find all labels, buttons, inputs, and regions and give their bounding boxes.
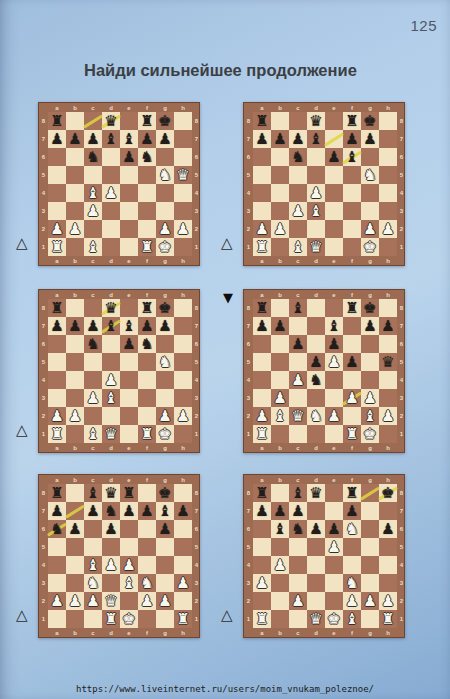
square-e1: ♚: [120, 610, 138, 628]
square-d8: ♛: [102, 299, 120, 317]
black-bishop: ♝: [104, 130, 117, 148]
black-queen: ♛: [309, 112, 322, 130]
square-c6: ♞: [289, 520, 307, 538]
rank-label: 6: [397, 335, 406, 353]
square-h8: [174, 484, 192, 502]
square-g2: ♟: [361, 592, 379, 610]
square-b7: ♟: [271, 130, 289, 148]
square-f3: [138, 202, 156, 220]
square-g6: ♟: [156, 520, 174, 538]
rank-label: 7: [244, 317, 253, 335]
square-c3: ♞: [84, 574, 102, 592]
square-f2: [138, 220, 156, 238]
square-b5: [66, 353, 84, 371]
black-pawn: ♟: [140, 317, 153, 335]
square-g7: ♟: [156, 130, 174, 148]
square-e8: ♜: [120, 484, 138, 502]
rank-label: 3: [192, 202, 201, 220]
file-label: g: [156, 628, 174, 637]
square-e6: ♟: [120, 148, 138, 166]
square-a5: [253, 353, 271, 371]
square-d7: [307, 502, 325, 520]
file-label: h: [379, 290, 397, 299]
square-h1: [174, 238, 192, 256]
white-bishop: ♝: [122, 574, 135, 592]
square-f2: [343, 220, 361, 238]
move-highlight-streak: [324, 133, 345, 147]
square-f2: [343, 407, 361, 425]
square-b3: ♟: [271, 389, 289, 407]
chess-board-3: abcdefgh8♜♛♜♚87♟♟♟♝♝♟♟76♞♟♞65♞54♟43♟♝32♟…: [38, 289, 200, 451]
file-label: f: [138, 256, 156, 265]
corner-label: [39, 103, 48, 112]
square-a7: ♟: [253, 130, 271, 148]
square-f7: ♟: [138, 317, 156, 335]
board-grid: abcdefgh8♜♝♛♜♚87♟♟♞♟♟♝♟76♞♟♟♟6554♝♟♟43♞♝…: [38, 474, 200, 638]
black-king: ♚: [158, 484, 171, 502]
square-a3: [48, 389, 66, 407]
square-d3: [102, 202, 120, 220]
black-pawn: ♟: [104, 520, 117, 538]
file-label: f: [138, 103, 156, 112]
square-a4: [48, 556, 66, 574]
file-label: f: [343, 256, 361, 265]
black-pawn: ♟: [309, 520, 322, 538]
square-e5: [120, 538, 138, 556]
rank-label: 4: [39, 184, 48, 202]
file-label: c: [84, 443, 102, 452]
file-label: d: [307, 256, 325, 265]
square-a7: ♟: [48, 317, 66, 335]
black-queen: ♛: [104, 484, 117, 502]
rank-label: 1: [39, 610, 48, 628]
square-b6: ♝: [271, 520, 289, 538]
square-h5: [379, 166, 397, 184]
black-pawn: ♟: [122, 335, 135, 353]
square-h3: [379, 202, 397, 220]
file-label: e: [120, 103, 138, 112]
white-king: ♚: [122, 610, 135, 628]
square-a7: ♟: [48, 502, 66, 520]
black-queen: ♛: [309, 484, 322, 502]
white-pawn: ♟: [345, 592, 358, 610]
corner-label: [397, 628, 406, 637]
square-d1: [102, 238, 120, 256]
rank-label: 5: [244, 538, 253, 556]
file-label: h: [174, 443, 192, 452]
square-b4: [271, 371, 289, 389]
white-pawn: ♟: [50, 592, 63, 610]
square-f8: ♜: [138, 112, 156, 130]
square-e7: ♝: [120, 130, 138, 148]
square-d5: [102, 166, 120, 184]
square-d8: ♛: [307, 112, 325, 130]
square-h2: ♟: [174, 407, 192, 425]
file-label: c: [289, 290, 307, 299]
square-a1: ♜: [253, 238, 271, 256]
square-c2: ♟: [84, 592, 102, 610]
corner-label: [244, 256, 253, 265]
square-d2: [102, 220, 120, 238]
square-e1: [325, 425, 343, 443]
square-d3: [307, 389, 325, 407]
white-pawn: ♟: [68, 407, 81, 425]
square-e1: ♚: [325, 610, 343, 628]
square-c3: ♟: [84, 389, 102, 407]
square-b1: [66, 238, 84, 256]
white-rook: ♜: [255, 238, 268, 256]
white-bishop: ♝: [104, 389, 117, 407]
file-label: g: [361, 628, 379, 637]
white-rook: ♜: [140, 425, 153, 443]
square-b8: [66, 484, 84, 502]
file-label: f: [138, 475, 156, 484]
black-pawn: ♟: [273, 502, 286, 520]
file-label: c: [289, 256, 307, 265]
rank-label: 8: [244, 484, 253, 502]
square-d4: [307, 556, 325, 574]
corner-label: [244, 103, 253, 112]
black-rook: ♜: [255, 299, 268, 317]
black-rook: ♜: [50, 112, 63, 130]
black-knight: ♞: [291, 520, 304, 538]
square-a1: [48, 610, 66, 628]
black-knight: ♞: [309, 371, 322, 389]
corner-label: [244, 475, 253, 484]
rank-label: 1: [192, 238, 201, 256]
square-g1: ♚: [361, 238, 379, 256]
square-c6: ♟: [289, 335, 307, 353]
rank-label: 8: [39, 299, 48, 317]
square-c3: ♟: [84, 202, 102, 220]
square-h1: [379, 425, 397, 443]
square-e7: [325, 502, 343, 520]
corner-label: [39, 290, 48, 299]
square-a8: ♜: [48, 112, 66, 130]
square-c3: [289, 389, 307, 407]
square-d3: [307, 574, 325, 592]
black-pawn: ♟: [327, 148, 340, 166]
black-pawn: ♟: [158, 130, 171, 148]
white-pawn: ♟: [50, 220, 63, 238]
black-king: ♚: [381, 484, 394, 502]
white-pawn: ♟: [381, 407, 394, 425]
rank-label: 1: [397, 610, 406, 628]
square-c7: [289, 317, 307, 335]
white-pawn: ♟: [363, 389, 376, 407]
rank-label: 6: [192, 148, 201, 166]
rank-label: 4: [192, 184, 201, 202]
square-a8: ♜: [48, 299, 66, 317]
white-to-move-marker: △: [16, 423, 28, 438]
white-knight: ♞: [158, 353, 171, 371]
rank-label: 2: [39, 592, 48, 610]
corner-label: [397, 256, 406, 265]
square-f5: [343, 538, 361, 556]
square-h7: [174, 317, 192, 335]
square-e6: [120, 520, 138, 538]
square-f4: [343, 371, 361, 389]
white-pawn: ♟: [68, 592, 81, 610]
square-g5: [361, 538, 379, 556]
file-label: a: [48, 628, 66, 637]
square-e5: [325, 166, 343, 184]
square-b1: [271, 610, 289, 628]
white-queen: ♛: [104, 425, 117, 443]
file-label: b: [66, 256, 84, 265]
square-a8: ♜: [253, 299, 271, 317]
rank-label: 8: [397, 299, 406, 317]
file-label: c: [84, 290, 102, 299]
square-f8: ♜: [343, 299, 361, 317]
square-a2: [253, 592, 271, 610]
white-pawn: ♟: [363, 220, 376, 238]
white-pawn: ♟: [291, 202, 304, 220]
square-d2: [307, 592, 325, 610]
square-g2: ♟: [156, 592, 174, 610]
white-king: ♚: [158, 238, 171, 256]
file-label: e: [325, 628, 343, 637]
square-f6: ♞: [138, 148, 156, 166]
rank-label: 3: [244, 202, 253, 220]
corner-label: [39, 256, 48, 265]
file-label: a: [253, 443, 271, 452]
square-c1: ♝: [84, 238, 102, 256]
square-b8: [66, 299, 84, 317]
white-bishop: ♝: [309, 202, 322, 220]
square-g1: [361, 610, 379, 628]
square-c8: ♝: [84, 484, 102, 502]
square-a7: ♟: [48, 130, 66, 148]
file-label: f: [343, 290, 361, 299]
black-rook: ♜: [140, 112, 153, 130]
square-g7: ♝: [156, 502, 174, 520]
corner-label: [192, 443, 201, 452]
file-label: b: [271, 628, 289, 637]
square-a6: [253, 335, 271, 353]
file-label: a: [48, 103, 66, 112]
rank-label: 7: [39, 317, 48, 335]
white-knight: ♞: [345, 574, 358, 592]
rank-label: 8: [192, 484, 201, 502]
square-a1: ♜: [253, 610, 271, 628]
file-label: h: [174, 475, 192, 484]
chess-board-6: abcdefgh8♜♝♛♜♚87♟♟♟♟76♝♞♟♟♞♟65♟54♟43♟♞32…: [243, 474, 405, 636]
white-to-move-marker: △: [16, 608, 28, 623]
corner-label: [397, 443, 406, 452]
black-bishop: ♝: [327, 317, 340, 335]
file-label: g: [361, 475, 379, 484]
rank-label: 2: [244, 592, 253, 610]
square-d7: ♝: [102, 317, 120, 335]
square-b1: [271, 425, 289, 443]
square-d1: ♛: [102, 425, 120, 443]
corner-label: [244, 290, 253, 299]
file-label: f: [343, 628, 361, 637]
square-f3: [138, 389, 156, 407]
rank-label: 3: [397, 574, 406, 592]
square-g6: [156, 335, 174, 353]
black-pawn: ♟: [158, 317, 171, 335]
rank-label: 3: [39, 574, 48, 592]
file-label: a: [253, 103, 271, 112]
square-e7: ♝: [120, 317, 138, 335]
square-b8: [66, 112, 84, 130]
file-label: g: [361, 443, 379, 452]
square-b2: ♟: [66, 407, 84, 425]
square-a3: ♟: [253, 574, 271, 592]
rank-label: 1: [39, 238, 48, 256]
white-pawn: ♟: [68, 220, 81, 238]
chess-board-2: abcdefgh8♜♛♜♚87♟♟♟♝♟♟76♞♟♝65♞54♟43♟♝32♟♟…: [243, 102, 405, 264]
square-e2: [325, 220, 343, 238]
square-h5: ♛: [379, 353, 397, 371]
file-label: e: [325, 256, 343, 265]
white-pawn: ♟: [273, 389, 286, 407]
rank-label: 5: [397, 166, 406, 184]
file-label: g: [361, 290, 379, 299]
square-f2: ♟: [343, 592, 361, 610]
rank-label: 5: [192, 353, 201, 371]
rank-label: 5: [192, 538, 201, 556]
rank-label: 7: [39, 130, 48, 148]
white-pawn: ♟: [345, 389, 358, 407]
square-e2: ♟: [325, 407, 343, 425]
white-pawn: ♟: [327, 538, 340, 556]
square-b6: [271, 148, 289, 166]
black-pawn: ♟: [291, 335, 304, 353]
square-e3: [325, 389, 343, 407]
square-c5: [289, 166, 307, 184]
square-h2: ♟: [379, 220, 397, 238]
file-label: g: [361, 103, 379, 112]
white-rook: ♜: [345, 425, 358, 443]
square-c5: [289, 538, 307, 556]
square-g7: ♟: [361, 130, 379, 148]
square-g7: ♟: [156, 317, 174, 335]
white-knight: ♞: [86, 574, 99, 592]
board-grid: abcdefgh8♜♛♜♚87♟♟♟♝♝♟♟76♞♟♞65♞♛54♝♟43♟32…: [38, 102, 200, 266]
white-knight: ♞: [140, 574, 153, 592]
rank-label: 2: [244, 407, 253, 425]
black-pawn: ♟: [255, 317, 268, 335]
square-d8: [307, 299, 325, 317]
white-king: ♚: [327, 610, 340, 628]
corner-label: [192, 256, 201, 265]
file-label: d: [102, 628, 120, 637]
white-pawn: ♟: [255, 220, 268, 238]
black-pawn: ♟: [345, 502, 358, 520]
rank-label: 8: [397, 112, 406, 130]
file-label: g: [156, 103, 174, 112]
square-h7: [379, 130, 397, 148]
rank-label: 5: [39, 353, 48, 371]
square-b3: [66, 389, 84, 407]
white-pawn: ♟: [309, 184, 322, 202]
square-e4: [325, 371, 343, 389]
square-f7: ♟: [138, 502, 156, 520]
square-b1: [66, 610, 84, 628]
square-g4: [156, 371, 174, 389]
square-a5: [253, 166, 271, 184]
rank-label: 8: [39, 484, 48, 502]
square-g8: ♚: [156, 299, 174, 317]
square-h1: [174, 425, 192, 443]
white-to-move-marker: △: [16, 236, 28, 251]
square-b8: [271, 112, 289, 130]
rank-label: 4: [39, 556, 48, 574]
rank-label: 4: [397, 371, 406, 389]
square-g3: [156, 389, 174, 407]
square-b4: [66, 184, 84, 202]
square-f3: ♞: [138, 574, 156, 592]
square-e5: [120, 166, 138, 184]
corner-label: [192, 290, 201, 299]
square-g6: [156, 148, 174, 166]
corner-label: [192, 475, 201, 484]
square-g3: [361, 574, 379, 592]
black-pawn: ♟: [363, 130, 376, 148]
square-e8: [120, 112, 138, 130]
file-label: f: [138, 628, 156, 637]
rank-label: 6: [192, 335, 201, 353]
square-f6: ♞: [343, 520, 361, 538]
black-rook: ♜: [345, 299, 358, 317]
white-queen: ♛: [309, 238, 322, 256]
square-a6: [253, 520, 271, 538]
file-label: c: [289, 103, 307, 112]
black-pawn: ♟: [255, 130, 268, 148]
rank-label: 8: [39, 112, 48, 130]
rank-label: 6: [39, 148, 48, 166]
square-h5: [174, 353, 192, 371]
white-rook: ♜: [255, 610, 268, 628]
file-label: c: [84, 475, 102, 484]
rank-label: 5: [397, 353, 406, 371]
square-g8: [361, 484, 379, 502]
rank-label: 6: [244, 148, 253, 166]
square-d4: ♞: [307, 371, 325, 389]
rank-label: 5: [244, 353, 253, 371]
file-label: e: [120, 475, 138, 484]
rank-label: 6: [397, 520, 406, 538]
square-d4: ♟: [102, 371, 120, 389]
white-knight: ♞: [363, 166, 376, 184]
square-f6: ♝: [343, 148, 361, 166]
file-label: e: [120, 628, 138, 637]
file-label: c: [289, 628, 307, 637]
rank-label: 2: [192, 407, 201, 425]
rank-label: 6: [244, 520, 253, 538]
move-highlight-streak: [65, 505, 86, 519]
square-e1: [120, 238, 138, 256]
square-d6: [102, 335, 120, 353]
square-d2: ♛: [102, 592, 120, 610]
file-label: d: [307, 103, 325, 112]
square-a6: [48, 148, 66, 166]
square-f4: [138, 556, 156, 574]
white-to-move-marker: △: [221, 608, 233, 623]
black-queen: ♛: [381, 353, 394, 371]
white-pawn: ♟: [158, 220, 171, 238]
square-h1: ♜: [174, 610, 192, 628]
white-pawn: ♟: [327, 407, 340, 425]
square-c2: ♛: [289, 407, 307, 425]
chess-board-1: abcdefgh8♜♛♜♚87♟♟♟♝♝♟♟76♞♟♞65♞♛54♝♟43♟32…: [38, 102, 200, 264]
square-a6: [48, 335, 66, 353]
square-f8: [138, 484, 156, 502]
square-d5: [307, 538, 325, 556]
